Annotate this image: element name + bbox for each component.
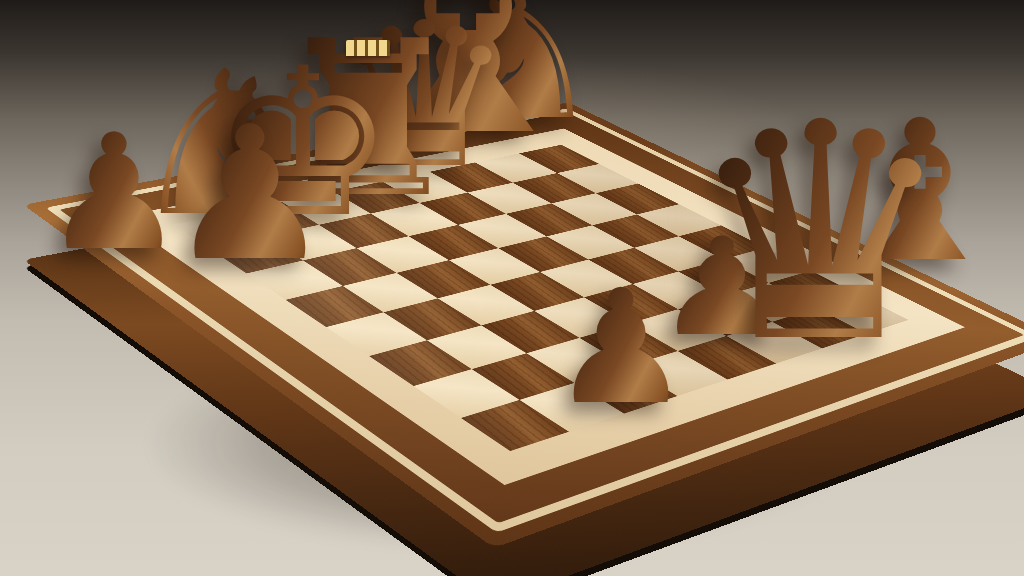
piece-pawn-f4: ♟ xyxy=(550,268,692,426)
piece-queen-g3: ♛ xyxy=(686,84,955,384)
piece-pawn-b7: ♟ xyxy=(167,102,333,287)
piece-pawn-a8-rim: ♟ xyxy=(42,113,185,273)
scene: ♟ ♞ ♟ ♚ ♜ ♛ ♝ ♞ ♟ ♟ ♛ ♝ xyxy=(0,0,1024,576)
